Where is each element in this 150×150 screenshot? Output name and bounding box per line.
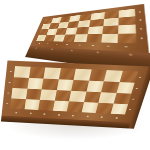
rear-half-checkerboard — [36, 9, 136, 44]
hinge-speck — [51, 49, 53, 50]
coordinate-mark — [72, 115, 74, 116]
front-half-walnut-frame — [2, 61, 149, 123]
hinge-speck — [129, 54, 132, 56]
coordinate-mark — [87, 116, 89, 117]
board-square-light — [101, 34, 118, 43]
coordinate-mark — [139, 19, 142, 20]
rear-half-walnut-frame — [30, 4, 149, 53]
coordinate-mark — [16, 112, 18, 113]
coordinate-mark — [38, 43, 39, 44]
chessboard-product-photo — [0, 0, 150, 150]
coordinate-mark — [115, 117, 117, 118]
hinge-speck — [96, 51, 99, 52]
front-half-checkerboard — [10, 66, 138, 114]
chessboard-front-half — [1, 61, 150, 129]
board-square-dark — [102, 25, 118, 34]
hinge-speck — [36, 47, 38, 48]
coordinate-mark — [58, 114, 60, 115]
board-square-light — [118, 24, 136, 33]
coordinate-mark — [107, 45, 109, 47]
coordinate-mark — [139, 76, 141, 78]
coordinate-mark — [129, 109, 131, 110]
coordinate-mark — [10, 71, 12, 73]
coordinate-mark — [9, 82, 11, 84]
coordinate-mark — [44, 113, 46, 114]
coordinate-mark — [136, 88, 138, 90]
coordinate-mark — [6, 103, 8, 104]
coordinate-mark — [125, 46, 128, 48]
coordinate-mark — [47, 43, 49, 44]
board-square-dark — [86, 34, 101, 42]
coordinate-mark — [132, 98, 134, 100]
coordinate-mark — [66, 44, 68, 45]
hinge-speck — [71, 50, 73, 51]
board-square-dark — [117, 33, 136, 43]
coordinate-mark — [78, 44, 80, 45]
coordinate-mark — [56, 44, 58, 45]
coordinate-mark — [139, 11, 142, 12]
coordinate-mark — [7, 92, 9, 94]
rear-rank-coordinates — [136, 8, 146, 44]
coordinate-mark — [101, 116, 103, 117]
coordinate-mark — [140, 38, 143, 40]
coordinate-mark — [92, 45, 94, 46]
board-square-light — [88, 26, 103, 34]
coordinate-mark — [140, 28, 143, 29]
coordinate-mark — [30, 113, 32, 114]
